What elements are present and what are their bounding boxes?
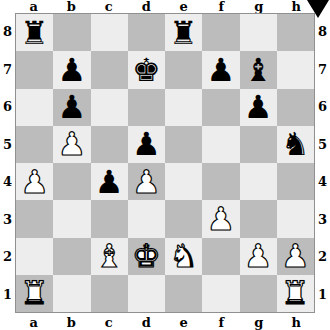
file-label-g: g bbox=[240, 315, 278, 330]
file-label-b: b bbox=[53, 315, 91, 330]
black-rook: ♜ bbox=[20, 17, 49, 49]
rank-label-2: 2 bbox=[0, 238, 15, 276]
file-label-e: e bbox=[165, 315, 203, 330]
black-pawn: ♟ bbox=[132, 128, 161, 160]
file-label-c: c bbox=[90, 0, 128, 13]
square-g6[interactable]: ♟ bbox=[240, 89, 277, 126]
black-bishop: ♝ bbox=[244, 54, 273, 86]
square-a3[interactable] bbox=[16, 200, 53, 237]
black-pawn: ♟ bbox=[95, 166, 124, 198]
square-f7[interactable]: ♟ bbox=[202, 51, 239, 88]
black-king: ♚ bbox=[132, 54, 161, 86]
square-b6[interactable]: ♟ bbox=[53, 89, 90, 126]
white-king: ♚ bbox=[132, 240, 161, 272]
square-h3[interactable] bbox=[277, 200, 314, 237]
file-label-a: a bbox=[15, 0, 53, 13]
file-label-g: g bbox=[240, 0, 278, 13]
black-pawn: ♟ bbox=[58, 54, 87, 86]
square-e8[interactable]: ♜ bbox=[165, 14, 202, 51]
white-rook: ♜ bbox=[281, 277, 310, 309]
square-b4[interactable] bbox=[53, 163, 90, 200]
black-rook: ♜ bbox=[169, 17, 198, 49]
square-e3[interactable] bbox=[165, 200, 202, 237]
file-label-f: f bbox=[203, 0, 241, 13]
square-a1[interactable]: ♜ bbox=[16, 275, 53, 312]
file-labels-bottom: abcdefgh bbox=[15, 315, 315, 330]
rank-label-5: 5 bbox=[315, 126, 330, 164]
square-h2[interactable]: ♟ bbox=[277, 238, 314, 275]
square-c7[interactable] bbox=[91, 51, 128, 88]
square-h6[interactable] bbox=[277, 89, 314, 126]
rank-label-6: 6 bbox=[0, 88, 15, 126]
square-h7[interactable] bbox=[277, 51, 314, 88]
square-d6[interactable] bbox=[128, 89, 165, 126]
square-e7[interactable] bbox=[165, 51, 202, 88]
square-d2[interactable]: ♚ bbox=[128, 238, 165, 275]
white-pawn: ♟ bbox=[58, 128, 87, 160]
square-a8[interactable]: ♜ bbox=[16, 14, 53, 51]
white-pawn: ♟ bbox=[20, 166, 49, 198]
black-knight: ♞ bbox=[281, 128, 310, 160]
square-a2[interactable] bbox=[16, 238, 53, 275]
rank-label-4: 4 bbox=[0, 163, 15, 201]
square-g2[interactable]: ♟ bbox=[240, 238, 277, 275]
rank-label-7: 7 bbox=[0, 51, 15, 89]
square-d7[interactable]: ♚ bbox=[128, 51, 165, 88]
square-f6[interactable] bbox=[202, 89, 239, 126]
square-c4[interactable]: ♟ bbox=[91, 163, 128, 200]
square-d1[interactable] bbox=[128, 275, 165, 312]
white-pawn: ♟ bbox=[244, 240, 273, 272]
square-e2[interactable]: ♞ bbox=[165, 238, 202, 275]
square-d5[interactable]: ♟ bbox=[128, 126, 165, 163]
square-c5[interactable] bbox=[91, 126, 128, 163]
square-f1[interactable] bbox=[202, 275, 239, 312]
square-h4[interactable] bbox=[277, 163, 314, 200]
square-b7[interactable]: ♟ bbox=[53, 51, 90, 88]
square-f4[interactable] bbox=[202, 163, 239, 200]
rank-label-8: 8 bbox=[315, 13, 330, 51]
file-label-d: d bbox=[128, 315, 166, 330]
square-f8[interactable] bbox=[202, 14, 239, 51]
rank-labels-left: 87654321 bbox=[0, 13, 15, 313]
square-g7[interactable]: ♝ bbox=[240, 51, 277, 88]
square-c2[interactable]: ♝ bbox=[91, 238, 128, 275]
square-f3[interactable]: ♟ bbox=[202, 200, 239, 237]
square-e4[interactable] bbox=[165, 163, 202, 200]
square-a6[interactable] bbox=[16, 89, 53, 126]
square-a4[interactable]: ♟ bbox=[16, 163, 53, 200]
square-f2[interactable] bbox=[202, 238, 239, 275]
black-pawn: ♟ bbox=[244, 91, 273, 123]
black-pawn: ♟ bbox=[58, 91, 87, 123]
square-a5[interactable] bbox=[16, 126, 53, 163]
chess-board: ♜♜♟♚♟♝♟♟♟♟♞♟♟♟♟♝♚♞♟♟♜♜ bbox=[15, 13, 315, 313]
square-a7[interactable] bbox=[16, 51, 53, 88]
file-label-f: f bbox=[203, 315, 241, 330]
white-pawn: ♟ bbox=[281, 240, 310, 272]
square-g1[interactable] bbox=[240, 275, 277, 312]
square-b2[interactable] bbox=[53, 238, 90, 275]
square-c3[interactable] bbox=[91, 200, 128, 237]
white-rook: ♜ bbox=[20, 277, 49, 309]
square-g4[interactable] bbox=[240, 163, 277, 200]
rank-label-3: 3 bbox=[0, 201, 15, 239]
square-e1[interactable] bbox=[165, 275, 202, 312]
square-h1[interactable]: ♜ bbox=[277, 275, 314, 312]
file-label-e: e bbox=[165, 0, 203, 13]
square-g8[interactable] bbox=[240, 14, 277, 51]
square-d8[interactable] bbox=[128, 14, 165, 51]
file-label-a: a bbox=[15, 315, 53, 330]
square-g5[interactable] bbox=[240, 126, 277, 163]
file-label-c: c bbox=[90, 315, 128, 330]
square-f5[interactable] bbox=[202, 126, 239, 163]
square-c8[interactable] bbox=[91, 14, 128, 51]
rank-label-3: 3 bbox=[315, 201, 330, 239]
square-c1[interactable] bbox=[91, 275, 128, 312]
square-b8[interactable] bbox=[53, 14, 90, 51]
square-b3[interactable] bbox=[53, 200, 90, 237]
square-h5[interactable]: ♞ bbox=[277, 126, 314, 163]
rank-label-7: 7 bbox=[315, 51, 330, 89]
rank-label-5: 5 bbox=[0, 126, 15, 164]
rank-label-8: 8 bbox=[0, 13, 15, 51]
rank-label-4: 4 bbox=[315, 163, 330, 201]
rank-label-1: 1 bbox=[315, 276, 330, 314]
rank-labels-right: 87654321 bbox=[315, 13, 330, 313]
rank-label-6: 6 bbox=[315, 88, 330, 126]
square-b1[interactable] bbox=[53, 275, 90, 312]
square-e6[interactable] bbox=[165, 89, 202, 126]
white-pawn: ♟ bbox=[132, 166, 161, 198]
square-h8[interactable] bbox=[277, 14, 314, 51]
square-d3[interactable] bbox=[128, 200, 165, 237]
square-d4[interactable]: ♟ bbox=[128, 163, 165, 200]
white-bishop: ♝ bbox=[95, 240, 124, 272]
file-label-b: b bbox=[53, 0, 91, 13]
white-knight: ♞ bbox=[169, 240, 198, 272]
black-pawn: ♟ bbox=[207, 54, 236, 86]
white-pawn: ♟ bbox=[207, 203, 236, 235]
file-label-d: d bbox=[128, 0, 166, 13]
black-to-move-indicator bbox=[307, 0, 329, 18]
chess-diagram: abcdefgh 87654321 ♜♜♟♚♟♝♟♟♟♟♞♟♟♟♟♝♚♞♟♟♜♜… bbox=[0, 0, 330, 330]
square-e5[interactable] bbox=[165, 126, 202, 163]
square-g3[interactable] bbox=[240, 200, 277, 237]
file-labels-top: abcdefgh bbox=[15, 0, 315, 13]
file-label-h: h bbox=[278, 315, 316, 330]
square-b5[interactable]: ♟ bbox=[53, 126, 90, 163]
rank-label-1: 1 bbox=[0, 276, 15, 314]
rank-label-2: 2 bbox=[315, 238, 330, 276]
square-c6[interactable] bbox=[91, 89, 128, 126]
